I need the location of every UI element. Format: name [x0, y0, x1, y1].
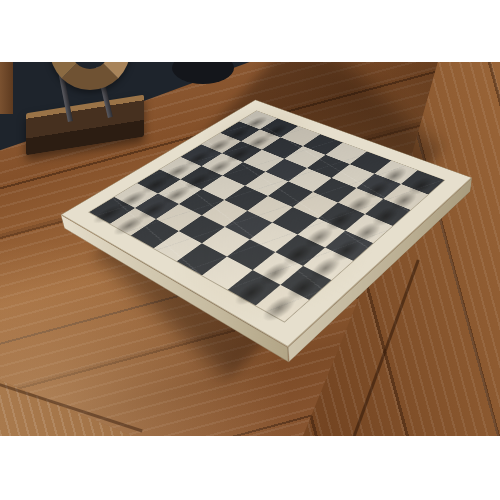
chess-board: ♜♞♝♛♚♝♞♜♟♟♟♟♟♟♟♟♟♟♟♟♟♟♟♟♜♞♝♛♚♝♞♜ [61, 100, 472, 347]
photo: ♜♞♝♛♚♝♞♜♟♟♟♟♟♟♟♟♟♟♟♟♟♟♟♟♜♞♝♛♚♝♞♜ [0, 62, 500, 436]
photo-frame: ♜♞♝♛♚♝♞♜♟♟♟♟♟♟♟♟♟♟♟♟♟♟♟♟♜♞♝♛♚♝♞♜ [0, 0, 500, 500]
board-scene: ♜♞♝♛♚♝♞♜♟♟♟♟♟♟♟♟♟♟♟♟♟♟♟♟♜♞♝♛♚♝♞♜ [0, 62, 500, 436]
